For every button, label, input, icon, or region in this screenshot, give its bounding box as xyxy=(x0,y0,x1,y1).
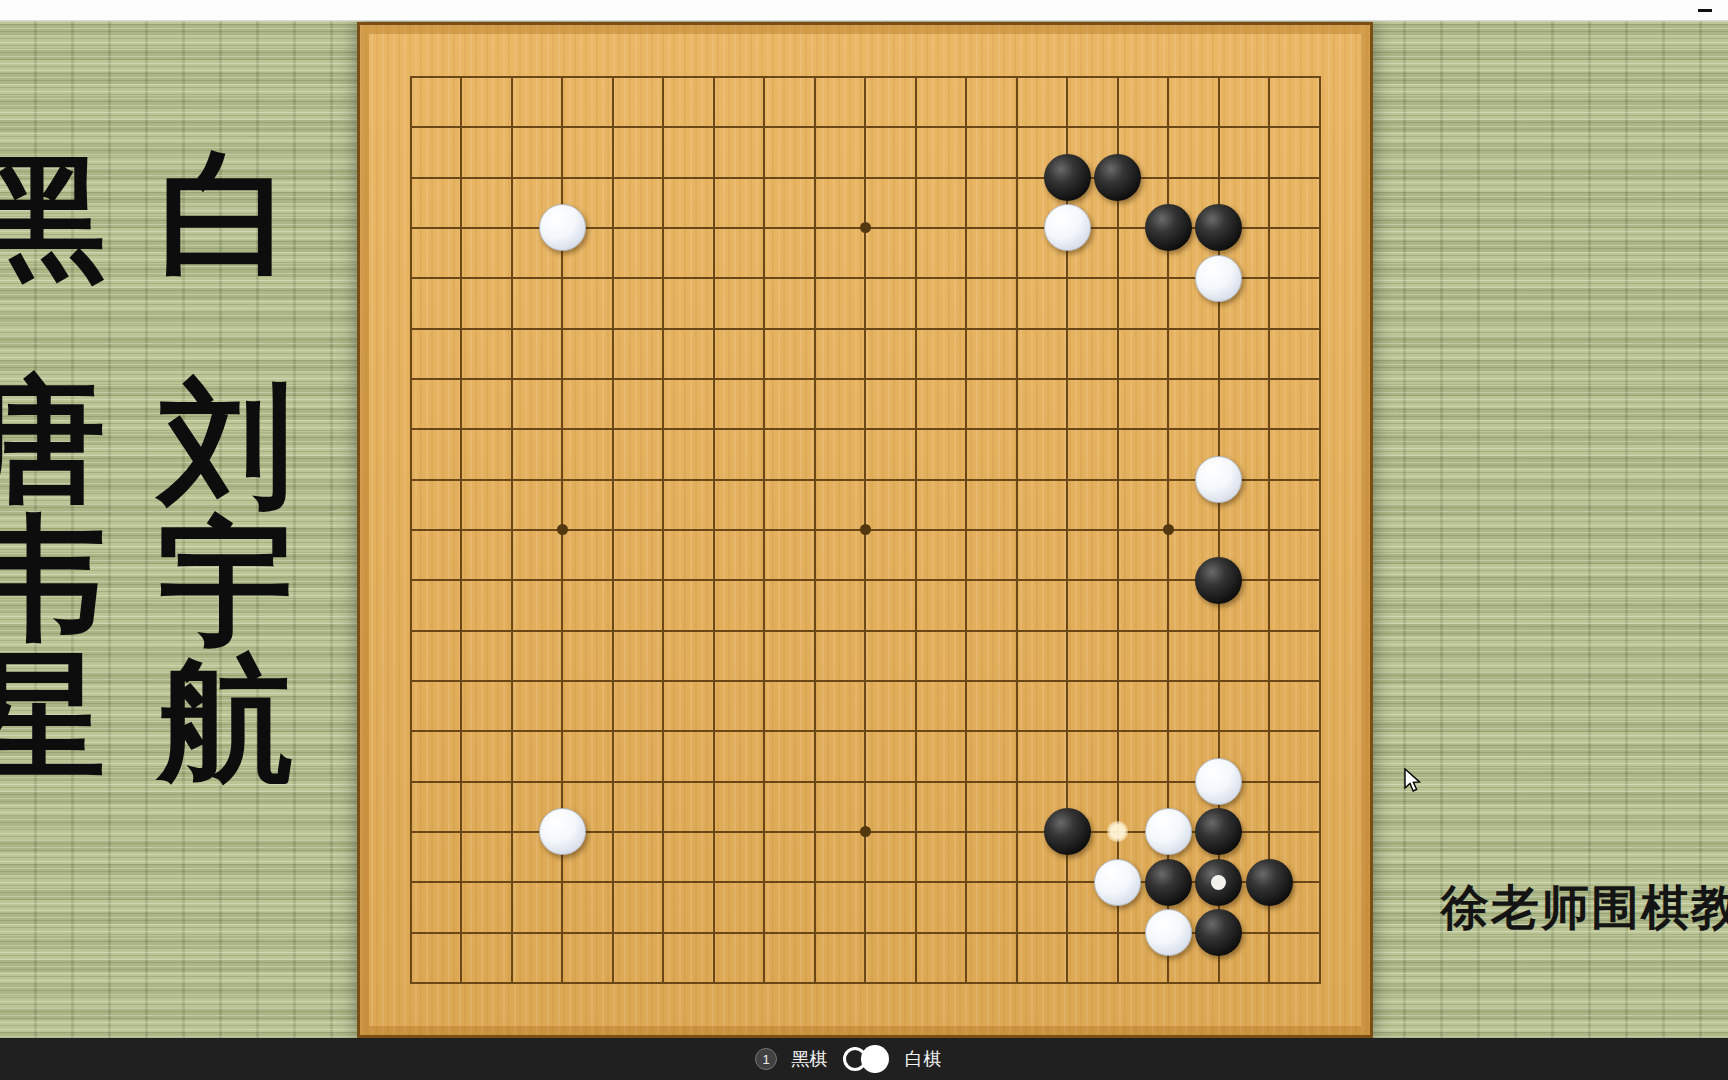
star-point xyxy=(860,826,871,837)
white-stone xyxy=(1094,859,1141,906)
grid-line-vertical xyxy=(965,76,967,984)
star-point xyxy=(1163,524,1174,535)
black-stone-label: 黑棋 xyxy=(791,1047,827,1071)
grid-line-horizontal xyxy=(410,680,1321,682)
grid-line-vertical xyxy=(1268,76,1270,984)
star-point xyxy=(860,524,871,535)
black-stone xyxy=(1246,859,1293,906)
white-stone xyxy=(1195,758,1242,805)
black-stone xyxy=(1195,557,1242,604)
app-window: 黑 唐 韦 星 白 刘 宇 航 徐老师围棋教室 1 黑棋 白棋 xyxy=(0,0,1728,1080)
bottom-toolbar: 1 黑棋 白棋 xyxy=(0,1038,1728,1080)
grid-line-horizontal xyxy=(410,630,1321,632)
grid-line-horizontal xyxy=(410,781,1321,783)
grid-line-horizontal xyxy=(410,730,1321,732)
white-stone xyxy=(1145,909,1192,956)
grid-line-vertical xyxy=(1117,76,1119,984)
last-move-marker xyxy=(1211,875,1226,890)
black-stone xyxy=(1195,808,1242,855)
white-stone-label: 白棋 xyxy=(905,1047,941,1071)
color-toggle[interactable] xyxy=(841,1045,891,1073)
grid-line-vertical xyxy=(1319,76,1321,984)
black-stone xyxy=(1094,154,1141,201)
black-stone xyxy=(1145,859,1192,906)
white-stone-knob-icon xyxy=(861,1045,889,1073)
black-stone xyxy=(1195,909,1242,956)
star-point xyxy=(860,222,871,233)
mouse-cursor-icon xyxy=(1402,768,1424,794)
white-stone xyxy=(1195,255,1242,302)
ghost-stone-preview xyxy=(1107,821,1128,842)
grid-line-vertical xyxy=(915,76,917,984)
grid-line-vertical xyxy=(1016,76,1018,984)
minimize-icon[interactable] xyxy=(1698,9,1712,12)
white-stone xyxy=(1195,456,1242,503)
white-stone xyxy=(1044,204,1091,251)
black-stone xyxy=(1145,204,1192,251)
white-stone xyxy=(539,808,586,855)
black-stone xyxy=(1195,204,1242,251)
move-number-badge: 1 xyxy=(755,1048,777,1070)
classroom-watermark: 徐老师围棋教室 xyxy=(1441,876,1728,940)
star-point xyxy=(557,524,568,535)
white-stone xyxy=(539,204,586,251)
black-stone xyxy=(1044,808,1091,855)
grid-line-horizontal xyxy=(410,982,1321,984)
grid-line-horizontal xyxy=(410,579,1321,581)
window-titlebar xyxy=(0,0,1728,21)
black-stone xyxy=(1044,154,1091,201)
white-stone xyxy=(1145,808,1192,855)
